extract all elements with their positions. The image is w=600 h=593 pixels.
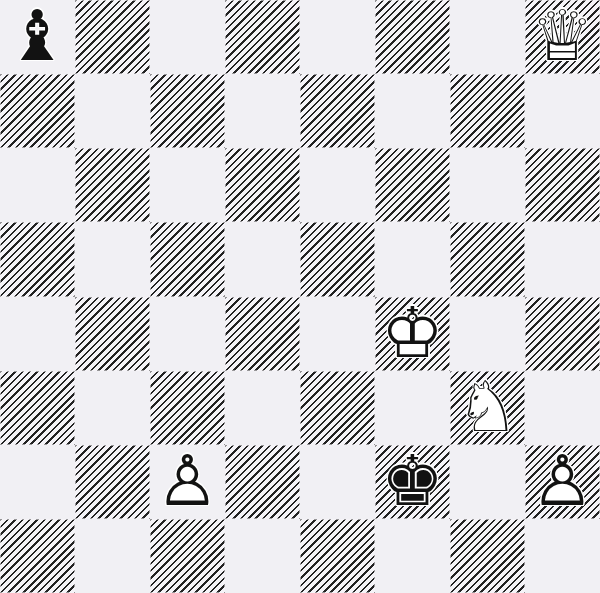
square-h2: ♟♙ [525,445,600,519]
square-d5 [225,222,300,296]
square-c2: ♟♙ [150,445,225,519]
square-e3 [300,371,375,445]
square-b2 [75,445,150,519]
chess-board: ♝♝♛♕♚♔♞♘♟♙♚♚♟♙ [0,0,600,593]
square-h4 [525,297,600,371]
square-a4 [0,297,75,371]
square-a2 [0,445,75,519]
piece-white-queen: ♛♕ [525,0,600,74]
square-f1 [375,519,450,593]
square-h6 [525,148,600,222]
square-b5 [75,222,150,296]
square-c8 [150,0,225,74]
square-b8 [75,0,150,74]
square-a5 [0,222,75,296]
chess-diagram: ♝♝♛♕♚♔♞♘♟♙♚♚♟♙ [0,0,600,593]
square-e7 [300,74,375,148]
square-b4 [75,297,150,371]
square-a7 [0,74,75,148]
square-g7 [450,74,525,148]
square-f3 [375,371,450,445]
square-d7 [225,74,300,148]
black-king-glyph: ♚ [381,445,444,515]
square-e5 [300,222,375,296]
piece-white-pawn: ♟♙ [525,445,600,519]
square-c1 [150,519,225,593]
square-d6 [225,148,300,222]
square-f6 [375,148,450,222]
square-b1 [75,519,150,593]
black-bishop-glyph: ♝ [6,1,69,71]
piece-white-knight: ♞♘ [450,371,525,445]
square-h1 [525,519,600,593]
piece-black-bishop: ♝♝ [0,0,75,74]
square-a8: ♝♝ [0,0,75,74]
square-b6 [75,148,150,222]
piece-white-king: ♚♔ [375,297,450,371]
square-f4: ♚♔ [375,297,450,371]
square-h3 [525,371,600,445]
square-e6 [300,148,375,222]
square-a3 [0,371,75,445]
white-queen-glyph: ♕ [531,1,594,71]
square-d1 [225,519,300,593]
square-c7 [150,74,225,148]
square-a6 [0,148,75,222]
square-d3 [225,371,300,445]
square-g5 [450,222,525,296]
square-c5 [150,222,225,296]
square-d8 [225,0,300,74]
square-e1 [300,519,375,593]
white-pawn-glyph: ♙ [156,445,219,515]
square-d4 [225,297,300,371]
square-c4 [150,297,225,371]
square-h5 [525,222,600,296]
square-g4 [450,297,525,371]
piece-white-pawn: ♟♙ [150,445,225,519]
square-h7 [525,74,600,148]
square-f5 [375,222,450,296]
square-b7 [75,74,150,148]
white-king-glyph: ♔ [381,297,444,367]
square-g1 [450,519,525,593]
square-f7 [375,74,450,148]
white-pawn-glyph: ♙ [531,445,594,515]
square-d2 [225,445,300,519]
piece-black-king: ♚♚ [375,445,450,519]
square-g6 [450,148,525,222]
square-b3 [75,371,150,445]
square-e8 [300,0,375,74]
square-f2: ♚♚ [375,445,450,519]
square-h8: ♛♕ [525,0,600,74]
square-g8 [450,0,525,74]
square-e4 [300,297,375,371]
square-f8 [375,0,450,74]
square-g2 [450,445,525,519]
white-knight-glyph: ♘ [456,371,519,441]
square-g3: ♞♘ [450,371,525,445]
square-a1 [0,519,75,593]
square-c6 [150,148,225,222]
square-c3 [150,371,225,445]
square-e2 [300,445,375,519]
